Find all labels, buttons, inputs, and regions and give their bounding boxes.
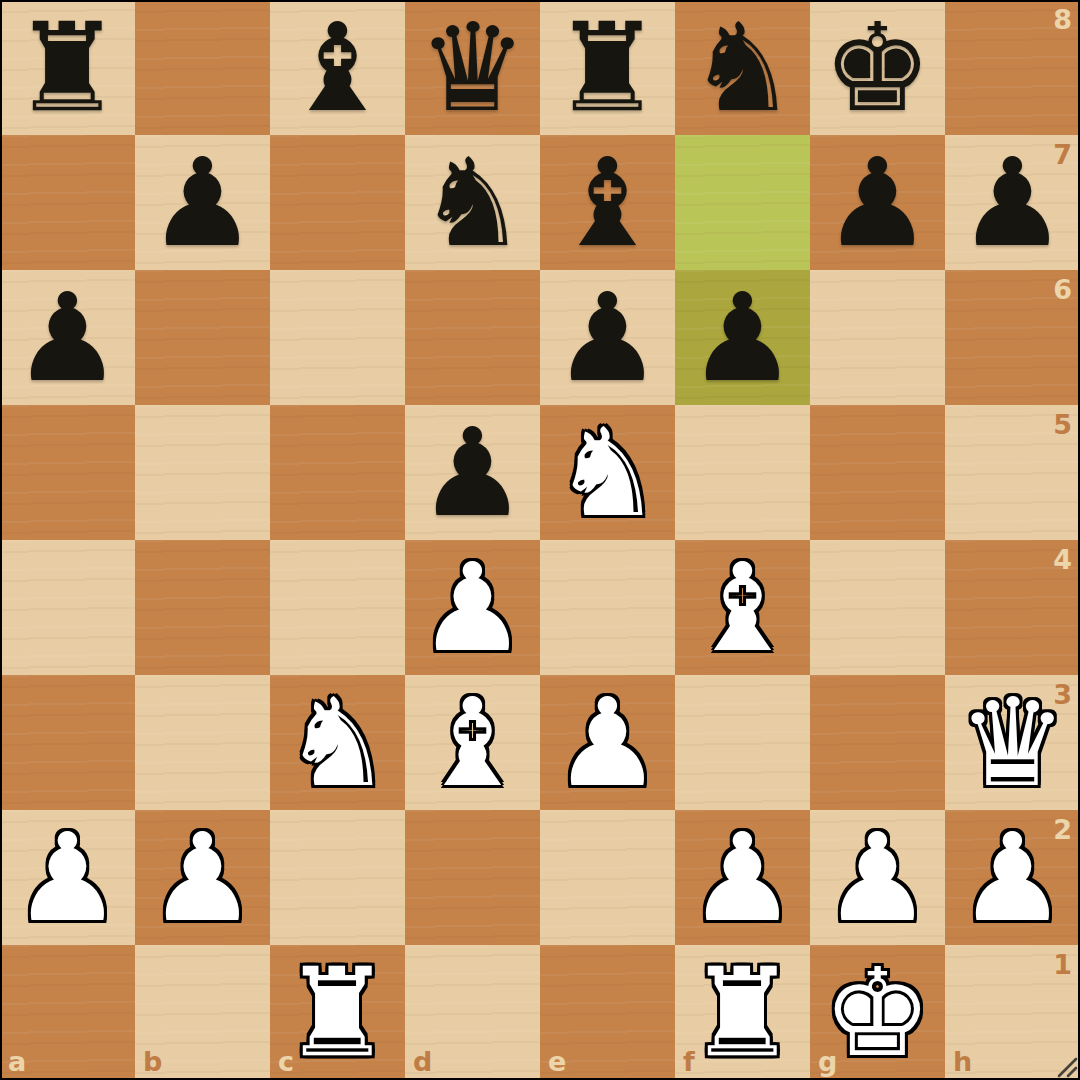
square-c7[interactable] [270,135,405,270]
square-f1[interactable]: f♜ [675,945,810,1080]
square-h8[interactable]: 8 [945,0,1080,135]
square-b1[interactable]: b [135,945,270,1080]
piece-black-pawn[interactable]: ♟ [810,135,945,270]
square-g7[interactable]: ♟ [810,135,945,270]
square-e6[interactable]: ♟ [540,270,675,405]
piece-black-pawn[interactable]: ♟ [405,405,540,540]
square-d8[interactable]: ♛ [405,0,540,135]
piece-white-bishop[interactable]: ♝ [675,540,810,675]
square-f3[interactable] [675,675,810,810]
piece-black-queen[interactable]: ♛ [405,0,540,135]
piece-white-pawn[interactable]: ♟ [405,540,540,675]
file-label-d: d [413,1046,432,1077]
square-f6[interactable]: ♟ [675,270,810,405]
piece-black-bishop[interactable]: ♝ [270,0,405,135]
rank-label-4: 4 [1053,544,1072,575]
file-label-e: e [548,1046,566,1077]
square-b3[interactable] [135,675,270,810]
square-e4[interactable] [540,540,675,675]
square-g8[interactable]: ♚ [810,0,945,135]
square-a7[interactable] [0,135,135,270]
square-g1[interactable]: g♚ [810,945,945,1080]
piece-black-pawn[interactable]: ♟ [675,270,810,405]
piece-white-bishop[interactable]: ♝ [405,675,540,810]
piece-white-rook[interactable]: ♜ [675,945,810,1080]
square-h2[interactable]: 2♟ [945,810,1080,945]
piece-white-knight[interactable]: ♞ [270,675,405,810]
file-label-b: b [143,1046,162,1077]
square-e8[interactable]: ♜ [540,0,675,135]
rank-label-8: 8 [1053,4,1072,35]
square-d6[interactable] [405,270,540,405]
square-a2[interactable]: ♟ [0,810,135,945]
piece-black-rook[interactable]: ♜ [0,0,135,135]
piece-black-knight[interactable]: ♞ [405,135,540,270]
square-b7[interactable]: ♟ [135,135,270,270]
square-d1[interactable]: d [405,945,540,1080]
piece-black-pawn[interactable]: ♟ [540,270,675,405]
rank-label-5: 5 [1053,409,1072,440]
chess-board: ♜♝♛♜♞♚8♟♞♝♟7♟♟♟♟6♟♞5♟♝4♞♝♟3♛♟♟♟♟2♟abc♜de… [0,0,1080,1080]
square-g5[interactable] [810,405,945,540]
square-h6[interactable]: 6 [945,270,1080,405]
rank-label-6: 6 [1053,274,1072,305]
piece-black-pawn[interactable]: ♟ [0,270,135,405]
piece-white-king[interactable]: ♚ [810,945,945,1080]
square-c3[interactable]: ♞ [270,675,405,810]
square-b2[interactable]: ♟ [135,810,270,945]
square-a8[interactable]: ♜ [0,0,135,135]
board-resize-handle-icon[interactable] [1052,1052,1078,1078]
square-a3[interactable] [0,675,135,810]
square-d5[interactable]: ♟ [405,405,540,540]
piece-white-pawn[interactable]: ♟ [540,675,675,810]
square-c1[interactable]: c♜ [270,945,405,1080]
square-c8[interactable]: ♝ [270,0,405,135]
square-h5[interactable]: 5 [945,405,1080,540]
square-f7[interactable] [675,135,810,270]
square-e1[interactable]: e [540,945,675,1080]
square-h3[interactable]: 3♛ [945,675,1080,810]
file-label-h: h [953,1046,972,1077]
square-b8[interactable] [135,0,270,135]
piece-white-pawn[interactable]: ♟ [810,810,945,945]
piece-black-pawn[interactable]: ♟ [945,135,1080,270]
square-d3[interactable]: ♝ [405,675,540,810]
square-e2[interactable] [540,810,675,945]
square-g3[interactable] [810,675,945,810]
square-c5[interactable] [270,405,405,540]
square-b4[interactable] [135,540,270,675]
square-d7[interactable]: ♞ [405,135,540,270]
file-label-a: a [8,1046,26,1077]
rank-label-1: 1 [1053,949,1072,980]
piece-white-pawn[interactable]: ♟ [945,810,1080,945]
square-a4[interactable] [0,540,135,675]
square-b5[interactable] [135,405,270,540]
square-f8[interactable]: ♞ [675,0,810,135]
square-f5[interactable] [675,405,810,540]
square-a5[interactable] [0,405,135,540]
piece-black-rook[interactable]: ♜ [540,0,675,135]
square-f2[interactable]: ♟ [675,810,810,945]
piece-white-pawn[interactable]: ♟ [675,810,810,945]
square-a1[interactable]: a [0,945,135,1080]
piece-black-bishop[interactable]: ♝ [540,135,675,270]
square-g2[interactable]: ♟ [810,810,945,945]
square-d4[interactable]: ♟ [405,540,540,675]
square-g4[interactable] [810,540,945,675]
piece-white-rook[interactable]: ♜ [270,945,405,1080]
piece-black-pawn[interactable]: ♟ [135,135,270,270]
square-h7[interactable]: 7♟ [945,135,1080,270]
square-e3[interactable]: ♟ [540,675,675,810]
square-c4[interactable] [270,540,405,675]
piece-white-pawn[interactable]: ♟ [135,810,270,945]
square-e7[interactable]: ♝ [540,135,675,270]
piece-white-queen[interactable]: ♛ [945,675,1080,810]
square-c2[interactable] [270,810,405,945]
square-d2[interactable] [405,810,540,945]
piece-white-knight[interactable]: ♞ [540,405,675,540]
square-a6[interactable]: ♟ [0,270,135,405]
piece-black-king[interactable]: ♚ [810,0,945,135]
square-c6[interactable] [270,270,405,405]
piece-white-pawn[interactable]: ♟ [0,810,135,945]
square-h1[interactable]: 1h [945,945,1080,1080]
piece-black-knight[interactable]: ♞ [675,0,810,135]
square-f4[interactable]: ♝ [675,540,810,675]
square-e5[interactable]: ♞ [540,405,675,540]
square-b6[interactable] [135,270,270,405]
square-h4[interactable]: 4 [945,540,1080,675]
square-g6[interactable] [810,270,945,405]
